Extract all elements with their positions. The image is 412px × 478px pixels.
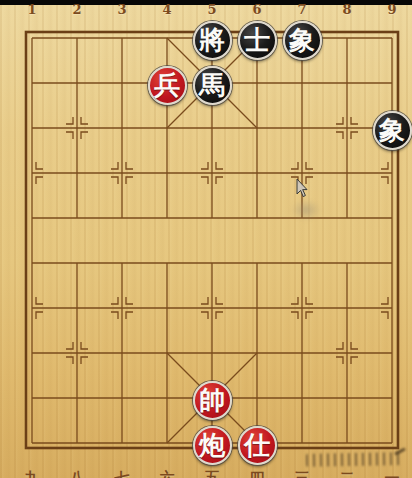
file-label-bottom-7: 七	[115, 469, 130, 478]
piece-red-pawn[interactable]: 兵	[148, 66, 187, 105]
file-label-top-1: 1	[27, 2, 36, 17]
file-label-bottom-1: 一	[385, 469, 400, 478]
file-label-top-3: 3	[117, 2, 126, 17]
piece-black-elephant[interactable]: 象	[283, 21, 322, 60]
file-label-bottom-2: 二	[340, 469, 355, 478]
file-label-bottom-5: 五	[205, 469, 220, 478]
piece-black-general[interactable]: 將	[193, 21, 232, 60]
piece-red-advisor[interactable]: 仕	[238, 426, 277, 465]
file-label-bottom-3: 三	[295, 469, 310, 478]
piece-red-general[interactable]: 帥	[193, 381, 232, 420]
file-label-bottom-6: 六	[160, 469, 175, 478]
file-label-top-8: 8	[342, 2, 351, 17]
file-label-bottom-8: 八	[70, 469, 85, 478]
piece-black-horse[interactable]: 馬	[193, 66, 232, 105]
piece-red-cannon[interactable]: 炮	[193, 426, 232, 465]
watermark	[306, 452, 400, 467]
file-label-top-5: 5	[207, 2, 216, 17]
file-label-top-9: 9	[387, 2, 396, 17]
file-label-bottom-4: 四	[250, 469, 265, 478]
file-label-top-2: 2	[72, 2, 81, 17]
file-label-top-6: 6	[252, 2, 261, 17]
file-label-bottom-9: 九	[25, 469, 40, 478]
mouse-cursor-icon	[294, 179, 308, 201]
piece-black-elephant-2[interactable]: 象	[373, 111, 412, 150]
file-label-top-7: 7	[297, 2, 306, 17]
xiangqi-board-screenshot: 1 2 3 4 5 6 7 8 9 九 八 七 六 五 四 三 二 一 將士象兵…	[0, 0, 412, 478]
piece-black-advisor[interactable]: 士	[238, 21, 277, 60]
file-label-top-4: 4	[162, 2, 171, 17]
